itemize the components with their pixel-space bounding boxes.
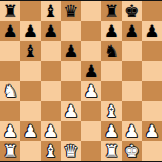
square-b3[interactable] xyxy=(20,101,40,121)
square-b4[interactable] xyxy=(20,81,40,101)
square-h4[interactable] xyxy=(142,81,162,101)
black-pawn[interactable]: ♟ xyxy=(84,63,99,80)
black-knight[interactable]: ♞ xyxy=(104,43,119,60)
square-c3[interactable] xyxy=(41,101,61,121)
square-e6[interactable] xyxy=(81,41,101,61)
square-e4[interactable]: ♟ xyxy=(81,81,101,101)
black-bishop[interactable]: ♝ xyxy=(43,3,58,20)
square-h1[interactable] xyxy=(142,141,162,161)
square-e8[interactable] xyxy=(81,1,101,21)
white-knight[interactable]: ♞ xyxy=(3,83,18,100)
white-king[interactable]: ♚ xyxy=(124,143,139,160)
square-h6[interactable] xyxy=(142,41,162,61)
square-f7[interactable]: ♟ xyxy=(101,21,121,41)
square-b5[interactable] xyxy=(20,61,40,81)
black-rook[interactable]: ♜ xyxy=(104,3,119,20)
white-pawn[interactable]: ♟ xyxy=(104,123,119,140)
black-queen[interactable]: ♛ xyxy=(63,3,78,20)
square-a7[interactable]: ♟ xyxy=(0,21,20,41)
square-d7[interactable] xyxy=(61,21,81,41)
black-pawn[interactable]: ♟ xyxy=(23,23,38,40)
white-queen[interactable]: ♛ xyxy=(63,143,78,160)
white-pawn[interactable]: ♟ xyxy=(43,123,58,140)
square-h2[interactable]: ♟ xyxy=(142,121,162,141)
square-b6[interactable]: ♝ xyxy=(20,41,40,61)
square-f6[interactable]: ♞ xyxy=(101,41,121,61)
white-pawn[interactable]: ♟ xyxy=(124,123,139,140)
white-pawn[interactable]: ♟ xyxy=(144,123,159,140)
black-pawn[interactable]: ♟ xyxy=(144,23,159,40)
square-g2[interactable]: ♟ xyxy=(122,121,142,141)
white-pawn[interactable]: ♟ xyxy=(23,123,38,140)
square-g7[interactable]: ♟ xyxy=(122,21,142,41)
black-bishop[interactable]: ♝ xyxy=(23,43,38,60)
square-d3[interactable]: ♟ xyxy=(61,101,81,121)
white-rook[interactable]: ♜ xyxy=(3,143,18,160)
black-pawn[interactable]: ♟ xyxy=(124,23,139,40)
square-g5[interactable] xyxy=(122,61,142,81)
white-pawn[interactable]: ♟ xyxy=(84,83,99,100)
square-e1[interactable] xyxy=(81,141,101,161)
square-g3[interactable] xyxy=(122,101,142,121)
square-d4[interactable] xyxy=(61,81,81,101)
black-king[interactable]: ♚ xyxy=(124,3,139,20)
white-bishop[interactable]: ♝ xyxy=(104,103,119,120)
square-b1[interactable] xyxy=(20,141,40,161)
square-e2[interactable] xyxy=(81,121,101,141)
square-e3[interactable] xyxy=(81,101,101,121)
square-d6[interactable]: ♟ xyxy=(61,41,81,61)
square-d2[interactable] xyxy=(61,121,81,141)
square-f8[interactable]: ♜ xyxy=(101,1,121,21)
square-h5[interactable] xyxy=(142,61,162,81)
square-c6[interactable] xyxy=(41,41,61,61)
square-b2[interactable]: ♟ xyxy=(20,121,40,141)
chess-board: ♜♝♛♜♚♟♟♟♟♟♟♝♟♞♟♞♟♟♝♟♟♟♟♟♟♜♝♛♜♚ xyxy=(0,0,162,162)
square-g1[interactable]: ♚ xyxy=(122,141,142,161)
square-f3[interactable]: ♝ xyxy=(101,101,121,121)
square-a1[interactable]: ♜ xyxy=(0,141,20,161)
square-c1[interactable]: ♝ xyxy=(41,141,61,161)
white-bishop[interactable]: ♝ xyxy=(43,143,58,160)
black-pawn[interactable]: ♟ xyxy=(104,23,119,40)
black-pawn[interactable]: ♟ xyxy=(63,43,78,60)
square-d5[interactable] xyxy=(61,61,81,81)
square-a3[interactable] xyxy=(0,101,20,121)
square-h8[interactable] xyxy=(142,1,162,21)
square-a5[interactable] xyxy=(0,61,20,81)
square-c7[interactable]: ♟ xyxy=(41,21,61,41)
square-g4[interactable] xyxy=(122,81,142,101)
square-b8[interactable] xyxy=(20,1,40,21)
square-g6[interactable] xyxy=(122,41,142,61)
white-pawn[interactable]: ♟ xyxy=(3,123,18,140)
square-h7[interactable]: ♟ xyxy=(142,21,162,41)
square-c8[interactable]: ♝ xyxy=(41,1,61,21)
square-f5[interactable] xyxy=(101,61,121,81)
black-pawn[interactable]: ♟ xyxy=(3,23,18,40)
square-a6[interactable] xyxy=(0,41,20,61)
square-a8[interactable]: ♜ xyxy=(0,1,20,21)
square-e5[interactable]: ♟ xyxy=(81,61,101,81)
black-rook[interactable]: ♜ xyxy=(3,3,18,20)
square-c2[interactable]: ♟ xyxy=(41,121,61,141)
white-pawn[interactable]: ♟ xyxy=(63,103,78,120)
square-f4[interactable] xyxy=(101,81,121,101)
square-c5[interactable] xyxy=(41,61,61,81)
white-rook[interactable]: ♜ xyxy=(104,143,119,160)
chess-board-container: ♜♝♛♜♚♟♟♟♟♟♟♝♟♞♟♞♟♟♝♟♟♟♟♟♟♜♝♛♜♚ xyxy=(0,0,162,162)
black-pawn[interactable]: ♟ xyxy=(43,23,58,40)
square-h3[interactable] xyxy=(142,101,162,121)
square-a4[interactable]: ♞ xyxy=(0,81,20,101)
square-d8[interactable]: ♛ xyxy=(61,1,81,21)
square-a2[interactable]: ♟ xyxy=(0,121,20,141)
square-g8[interactable]: ♚ xyxy=(122,1,142,21)
square-f1[interactable]: ♜ xyxy=(101,141,121,161)
square-b7[interactable]: ♟ xyxy=(20,21,40,41)
square-c4[interactable] xyxy=(41,81,61,101)
square-e7[interactable] xyxy=(81,21,101,41)
square-d1[interactable]: ♛ xyxy=(61,141,81,161)
square-f2[interactable]: ♟ xyxy=(101,121,121,141)
